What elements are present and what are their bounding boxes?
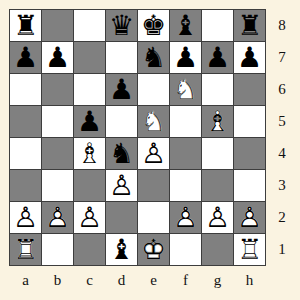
square-a4[interactable]	[10, 138, 41, 169]
square-g1[interactable]	[202, 234, 233, 265]
black-queen[interactable]: ♛	[106, 10, 137, 41]
square-g8[interactable]	[202, 10, 233, 41]
square-d3[interactable]: ♟♙	[106, 170, 137, 201]
piece-glyph: ♟	[13, 42, 38, 73]
rank-label-2: 2	[270, 202, 294, 233]
square-g6[interactable]	[202, 74, 233, 105]
square-c6[interactable]	[74, 74, 105, 105]
square-g2[interactable]: ♟♙	[202, 202, 233, 233]
square-b6[interactable]	[42, 74, 73, 105]
square-a1[interactable]: ♜♖	[10, 234, 41, 265]
square-g3[interactable]	[202, 170, 233, 201]
white-pawn[interactable]: ♟♙	[202, 202, 233, 233]
piece-glyph: ♟	[205, 42, 230, 73]
piece-glyph: ♟	[45, 42, 70, 73]
square-d2[interactable]	[106, 202, 137, 233]
square-a6[interactable]	[10, 74, 41, 105]
square-e8[interactable]: ♚	[138, 10, 169, 41]
piece-glyph: ♙	[237, 202, 262, 233]
piece-glyph: ♚	[141, 10, 166, 41]
rank-label-8: 8	[270, 10, 294, 41]
square-c2[interactable]: ♟♙	[74, 202, 105, 233]
piece-glyph: ♙	[173, 202, 198, 233]
white-knight[interactable]: ♞♘	[170, 74, 201, 105]
square-h8[interactable]: ♜	[234, 10, 265, 41]
white-king[interactable]: ♚♔	[138, 234, 169, 265]
square-h4[interactable]	[234, 138, 265, 169]
square-h5[interactable]	[234, 106, 265, 137]
white-pawn[interactable]: ♟♙	[74, 202, 105, 233]
square-d5[interactable]	[106, 106, 137, 137]
square-h7[interactable]: ♟	[234, 42, 265, 73]
black-bishop[interactable]: ♝	[106, 234, 137, 265]
rank-label-7: 7	[270, 42, 294, 73]
square-b1[interactable]	[42, 234, 73, 265]
black-knight[interactable]: ♞	[106, 138, 137, 169]
black-pawn[interactable]: ♟	[202, 42, 233, 73]
piece-glyph: ♙	[109, 170, 134, 201]
black-pawn[interactable]: ♟	[10, 42, 41, 73]
white-pawn[interactable]: ♟♙	[138, 138, 169, 169]
square-g4[interactable]	[202, 138, 233, 169]
file-label-d: d	[106, 268, 137, 292]
black-rook[interactable]: ♜	[234, 10, 265, 41]
black-pawn[interactable]: ♟	[234, 42, 265, 73]
piece-glyph: ♜	[13, 10, 38, 41]
black-pawn[interactable]: ♟	[106, 74, 137, 105]
square-a2[interactable]: ♟♙	[10, 202, 41, 233]
piece-glyph: ♟	[109, 74, 134, 105]
file-labels: abcdefgh	[10, 268, 265, 292]
square-h3[interactable]	[234, 170, 265, 201]
square-f2[interactable]: ♟♙	[170, 202, 201, 233]
piece-glyph: ♙	[205, 202, 230, 233]
piece-glyph: ♗	[205, 106, 230, 137]
white-pawn[interactable]: ♟♙	[106, 170, 137, 201]
piece-glyph: ♛	[109, 10, 134, 41]
square-f6[interactable]: ♞♘	[170, 74, 201, 105]
square-c8[interactable]	[74, 10, 105, 41]
square-e3[interactable]	[138, 170, 169, 201]
white-pawn[interactable]: ♟♙	[42, 202, 73, 233]
square-f1[interactable]	[170, 234, 201, 265]
file-label-b: b	[42, 268, 73, 292]
square-e1[interactable]: ♚♔	[138, 234, 169, 265]
square-c4[interactable]: ♝♗	[74, 138, 105, 169]
square-f7[interactable]: ♟	[170, 42, 201, 73]
piece-glyph: ♖	[237, 234, 262, 265]
piece-glyph: ♙	[141, 138, 166, 169]
black-pawn[interactable]: ♟	[74, 106, 105, 137]
square-b5[interactable]	[42, 106, 73, 137]
piece-glyph: ♝	[173, 10, 198, 41]
piece-glyph: ♙	[77, 202, 102, 233]
square-b4[interactable]	[42, 138, 73, 169]
rank-label-6: 6	[270, 74, 294, 105]
square-b3[interactable]	[42, 170, 73, 201]
square-b2[interactable]: ♟♙	[42, 202, 73, 233]
black-pawn[interactable]: ♟	[42, 42, 73, 73]
file-label-e: e	[138, 268, 169, 292]
square-d8[interactable]: ♛	[106, 10, 137, 41]
white-bishop[interactable]: ♝♗	[74, 138, 105, 169]
square-h2[interactable]: ♟♙	[234, 202, 265, 233]
piece-glyph: ♔	[141, 234, 166, 265]
piece-glyph: ♘	[141, 106, 166, 137]
file-label-h: h	[234, 268, 265, 292]
file-label-c: c	[74, 268, 105, 292]
square-c3[interactable]	[74, 170, 105, 201]
piece-glyph: ♟	[77, 106, 102, 137]
square-d1[interactable]: ♝	[106, 234, 137, 265]
file-label-g: g	[202, 268, 233, 292]
square-e6[interactable]	[138, 74, 169, 105]
square-b7[interactable]: ♟	[42, 42, 73, 73]
square-g7[interactable]: ♟	[202, 42, 233, 73]
square-c1[interactable]	[74, 234, 105, 265]
white-pawn[interactable]: ♟♙	[170, 202, 201, 233]
piece-glyph: ♜	[237, 10, 262, 41]
piece-glyph: ♟	[237, 42, 262, 73]
square-b8[interactable]	[42, 10, 73, 41]
square-a3[interactable]	[10, 170, 41, 201]
black-bishop[interactable]: ♝	[170, 10, 201, 41]
square-e5[interactable]: ♞♘	[138, 106, 169, 137]
square-c7[interactable]	[74, 42, 105, 73]
black-knight[interactable]: ♞	[138, 42, 169, 73]
piece-glyph: ♘	[173, 74, 198, 105]
black-rook[interactable]: ♜	[10, 10, 41, 41]
rank-label-1: 1	[270, 234, 294, 265]
piece-glyph: ♗	[77, 138, 102, 169]
square-d7[interactable]	[106, 42, 137, 73]
rank-label-4: 4	[270, 138, 294, 169]
piece-glyph: ♞	[109, 138, 134, 169]
black-king[interactable]: ♚	[138, 10, 169, 41]
white-pawn[interactable]: ♟♙	[234, 202, 265, 233]
piece-glyph: ♖	[13, 234, 38, 265]
white-pawn[interactable]: ♟♙	[10, 202, 41, 233]
square-a5[interactable]	[10, 106, 41, 137]
file-label-a: a	[10, 268, 41, 292]
rank-label-3: 3	[270, 170, 294, 201]
white-rook[interactable]: ♜♖	[234, 234, 265, 265]
square-f8[interactable]: ♝	[170, 10, 201, 41]
white-rook[interactable]: ♜♖	[10, 234, 41, 265]
square-f3[interactable]	[170, 170, 201, 201]
square-a8[interactable]: ♜	[10, 10, 41, 41]
piece-glyph: ♝	[109, 234, 134, 265]
rank-label-5: 5	[270, 106, 294, 137]
piece-glyph: ♙	[45, 202, 70, 233]
piece-glyph: ♞	[141, 42, 166, 73]
square-a7[interactable]: ♟	[10, 42, 41, 73]
black-pawn[interactable]: ♟	[170, 42, 201, 73]
square-c5[interactable]: ♟	[74, 106, 105, 137]
piece-glyph: ♙	[13, 202, 38, 233]
square-e2[interactable]	[138, 202, 169, 233]
square-f5[interactable]	[170, 106, 201, 137]
white-knight[interactable]: ♞♘	[138, 106, 169, 137]
square-h1[interactable]: ♜♖	[234, 234, 265, 265]
piece-glyph: ♟	[173, 42, 198, 73]
square-e4[interactable]: ♟♙	[138, 138, 169, 169]
white-bishop[interactable]: ♝♗	[202, 106, 233, 137]
square-f4[interactable]	[170, 138, 201, 169]
square-h6[interactable]	[234, 74, 265, 105]
square-g5[interactable]: ♝♗	[202, 106, 233, 137]
chess-board: ♜♛♚♝♜♟♟♞♟♟♟♟♞♘♟♞♘♝♗♝♗♞♟♙♟♙♟♙♟♙♟♙♟♙♟♙♟♙♜♖…	[9, 9, 266, 266]
file-label-f: f	[170, 268, 201, 292]
square-d6[interactable]: ♟	[106, 74, 137, 105]
square-d4[interactable]: ♞	[106, 138, 137, 169]
square-e7[interactable]: ♞	[138, 42, 169, 73]
rank-labels: 87654321	[270, 10, 294, 265]
